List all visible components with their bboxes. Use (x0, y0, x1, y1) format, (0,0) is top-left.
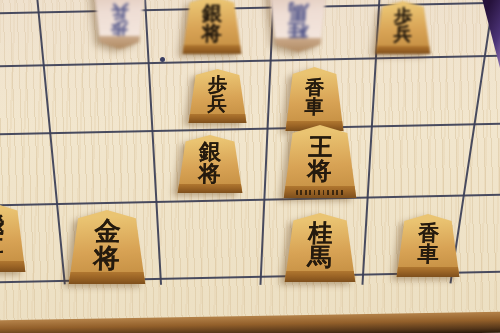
piece-body: 桂馬 (284, 213, 356, 282)
piece-keima-knight-gote-26[interactable]: 桂馬 (268, 0, 328, 52)
maker-inscription (296, 190, 343, 195)
piece-body: 桂馬 (268, 0, 328, 52)
piece-body: 銀将 (182, 0, 242, 54)
piece-fuhyo-pawn-gote-46[interactable]: 歩兵 (93, 0, 146, 49)
piece-side-face (0, 261, 26, 272)
piece-side-face (283, 186, 357, 198)
piece-fuhyo-pawn-16[interactable]: 歩兵 (375, 1, 431, 54)
piece-kanji-label: 歩兵 (207, 75, 227, 114)
piece-keima-knight-29[interactable]: 桂馬 (284, 213, 356, 282)
piece-osho-king-28[interactable]: 王将 (283, 125, 357, 198)
piece-body: 王将 (283, 125, 357, 198)
piece-body: 歩兵 (188, 69, 247, 123)
piece-body: 歩兵 (375, 1, 431, 54)
piece-kanji-label: 歩兵 (110, 2, 128, 37)
piece-body: 香車 (285, 67, 344, 131)
piece-side-face (396, 267, 460, 277)
piece-kanji-label: 王将 (307, 135, 333, 184)
piece-side-face (268, 38, 328, 52)
piece-side-face (68, 272, 146, 284)
piece-kanji-label: 金将 (93, 218, 121, 271)
piece-fuhyo-pawn-37[interactable]: 歩兵 (188, 69, 247, 123)
piece-kyosha-lance-27[interactable]: 香車 (285, 67, 344, 131)
piece-kanji-label: 桂馬 (307, 221, 333, 270)
piece-ginsho-silver-38[interactable]: 銀将 (177, 135, 243, 193)
piece-kanji-label: 桂馬 (287, 1, 308, 42)
piece-body: 歩兵 (93, 0, 146, 49)
piece-body: 銀将 (177, 135, 243, 193)
piece-kanji-label: 香車 (417, 222, 439, 265)
piece-side-face (177, 184, 243, 193)
piece-kyosha-lance-19[interactable]: 香車 (396, 214, 460, 277)
piece-kanji-label: 歩兵 (393, 7, 412, 44)
piece-body: 飛車 (0, 203, 26, 272)
piece-side-face (375, 46, 431, 54)
piece-side-face (93, 36, 146, 49)
piece-kanji-label: 飛車 (0, 213, 5, 258)
piece-kinsho-gold-49[interactable]: 金将 (68, 210, 146, 284)
piece-side-face (284, 271, 356, 282)
pieces-layer: 歩兵銀将桂馬歩兵歩兵香車銀将王将飛車金将桂馬香車 (0, 0, 500, 333)
piece-side-face (188, 114, 247, 123)
shogi-board: 歩兵銀将桂馬歩兵歩兵香車銀将王将飛車金将桂馬香車 (0, 0, 500, 333)
piece-side-face (182, 45, 242, 54)
piece-ginsho-silver-36[interactable]: 銀将 (182, 0, 242, 54)
piece-hisha-rook-59-partial[interactable]: 飛車 (0, 203, 26, 272)
piece-kanji-label: 銀将 (201, 3, 222, 44)
piece-body: 金将 (68, 210, 146, 284)
piece-body: 香車 (396, 214, 460, 277)
piece-kanji-label: 香車 (304, 78, 324, 117)
piece-kanji-label: 銀将 (198, 140, 222, 185)
shogi-scene: 歩兵銀将桂馬歩兵歩兵香車銀将王将飛車金将桂馬香車 (0, 0, 500, 333)
